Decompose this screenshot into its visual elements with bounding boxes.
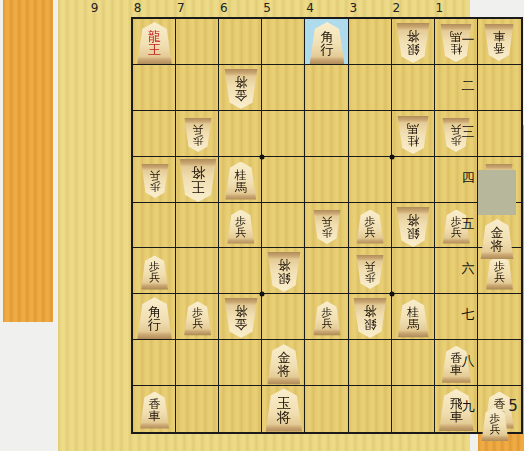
piece-kanji: 馬 [407,318,419,330]
file-label-5: 5 [263,1,271,15]
rank-label-8: 八 [462,354,475,368]
square-64[interactable] [262,157,305,203]
square-17[interactable] [478,294,521,340]
square-34[interactable] [392,157,435,203]
square-78[interactable] [219,340,262,386]
file-label-1: 1 [436,1,444,15]
piece-kanji: 歩 [451,135,462,146]
piece-kanji: 桂 [407,135,419,147]
square-41[interactable] [349,19,392,65]
rank-label-3: 三 [462,125,475,139]
square-54[interactable] [305,157,348,203]
square-62[interactable] [262,65,305,111]
piece-kanji: 銀 [407,227,420,240]
piece-kanji: 将 [277,259,290,272]
hoshi-dot [260,154,265,159]
hoshi-dot [389,154,394,159]
rank-label-2: 二 [462,79,475,93]
piece-kanji: 兵 [322,216,333,227]
square-98[interactable] [133,340,176,386]
piece-kanji: 兵 [451,124,462,135]
piece-kanji: 歩 [365,216,376,227]
square-32[interactable] [392,65,435,111]
piece-kanji: 行 [321,43,334,56]
file-label-4: 4 [306,1,314,15]
square-67[interactable] [262,294,305,340]
piece-kanji: 兵 [149,170,160,181]
square-88[interactable] [176,340,219,386]
piece-kanji: 兵 [149,272,160,283]
rank-label-7: 七 [462,308,475,322]
hand-empty-slot-highlight [478,170,516,215]
piece-kanji: 銀 [277,272,290,285]
piece-kanji: 兵 [192,318,203,329]
piece-kanji: 兵 [365,227,376,238]
square-49[interactable] [349,386,392,432]
square-86[interactable] [176,248,219,294]
rank-label-9: 九 [462,400,475,414]
piece-kanji: 歩 [365,272,376,283]
square-76[interactable] [219,248,262,294]
square-52[interactable] [305,65,348,111]
piece-kanji: 兵 [235,227,246,238]
piece-kanji: 行 [148,318,161,331]
square-71[interactable] [219,19,262,65]
square-59[interactable] [305,386,348,432]
piece-kanji: 角 [321,30,334,43]
piece-kanji: 馬 [407,123,419,135]
square-93[interactable] [133,111,176,157]
piece-kanji: 歩 [192,135,203,146]
square-58[interactable] [305,340,348,386]
piece-kanji: 将 [234,305,247,318]
square-65[interactable] [262,203,305,249]
piece-kanji: 将 [407,214,420,227]
piece-kanji: 香 [493,43,505,55]
piece-kanji: 将 [191,167,205,181]
piece-kanji: 将 [234,76,247,89]
square-56[interactable] [305,248,348,294]
piece-kanji: 兵 [451,227,462,238]
square-63[interactable] [262,111,305,157]
square-44[interactable] [349,157,392,203]
square-36[interactable] [392,248,435,294]
piece-kanji: 車 [149,410,161,422]
piece-kanji: 将 [407,30,420,43]
file-label-9: 9 [91,1,99,15]
square-89[interactable] [176,386,219,432]
square-48[interactable] [349,340,392,386]
rank-label-1: 一 [462,33,475,47]
piece-kanji: 歩 [235,216,246,227]
piece-kanji: 王 [191,181,205,195]
square-38[interactable] [392,340,435,386]
piece-kanji: 将 [277,364,290,377]
file-label-8: 8 [134,1,142,15]
piece-kanji: 歩 [149,181,160,192]
piece-kanji: 兵 [322,318,333,329]
square-42[interactable] [349,65,392,111]
gote-hand-tray [3,0,53,322]
piece-kanji: 歩 [451,216,462,227]
square-43[interactable] [349,111,392,157]
square-73[interactable] [219,111,262,157]
piece-kanji: 王 [148,43,161,56]
piece-kanji: 将 [364,305,377,318]
square-85[interactable] [176,203,219,249]
piece-kanji: 銀 [364,318,377,331]
piece-kanji: 玉 [277,396,291,410]
hoshi-dot [389,292,394,297]
square-61[interactable] [262,19,305,65]
piece-kanji: 兵 [494,272,505,283]
square-53[interactable] [305,111,348,157]
board-plank: 987654321 龍王角行銀将桂馬香車金将歩兵桂馬歩兵歩兵王将桂馬歩兵歩兵歩兵… [58,0,470,451]
piece-kanji: 将 [277,410,291,424]
piece-kanji: 桂 [235,169,247,181]
piece-kanji: 歩 [322,227,333,238]
square-82[interactable] [176,65,219,111]
rank-label-6: 六 [462,262,475,276]
piece-kanji: 馬 [235,181,247,193]
rank-label-4: 四 [462,171,475,185]
shogi-app: 987654321 龍王角行銀将桂馬香車金将歩兵桂馬歩兵歩兵王将桂馬歩兵歩兵歩兵… [0,0,524,451]
file-label-6: 6 [220,1,228,15]
piece-kanji: 銀 [407,43,420,56]
piece-kanji: 金 [234,89,247,102]
piece-kanji: 金 [234,318,247,331]
piece-kanji: 車 [493,31,505,43]
square-81[interactable] [176,19,219,65]
square-39[interactable] [392,386,435,432]
piece-kanji: 兵 [192,124,203,135]
piece-kanji: 兵 [365,261,376,272]
hoshi-dot [260,292,265,297]
square-92[interactable] [133,65,176,111]
file-label-3: 3 [349,1,357,15]
piece-kanji: 将 [491,239,504,252]
square-13[interactable] [478,111,521,157]
rank-label-5: 五 [462,217,475,231]
square-12[interactable] [478,65,521,111]
file-label-2: 2 [393,1,401,15]
square-95[interactable] [133,203,176,249]
piece-kanji: 兵 [490,424,501,435]
square-18[interactable] [478,340,521,386]
square-79[interactable] [219,386,262,432]
piece-kanji: 龍 [148,30,161,43]
file-label-7: 7 [177,1,185,15]
hand-pawn-count: 5 [508,397,518,415]
